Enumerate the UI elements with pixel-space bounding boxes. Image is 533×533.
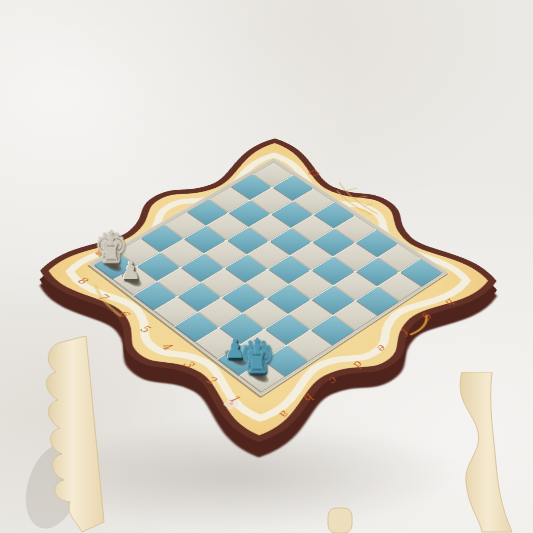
white-pawn[interactable]: ♟ <box>112 234 149 283</box>
back-leg-tip <box>324 506 358 533</box>
right-cabriole-leg <box>446 372 532 533</box>
left-bobbin-leg <box>20 336 130 533</box>
photo-backdrop: 87654321 abcdefgh ♜♞♝♛♚♝♞♜♟♟♟♟♟♟♟♟♟♟♟♟♟♟… <box>0 0 533 533</box>
black-rook[interactable]: ♜ <box>238 326 277 377</box>
